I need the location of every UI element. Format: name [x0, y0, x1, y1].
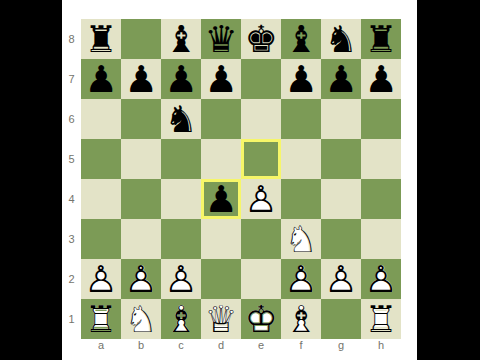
black-knight: ♞ — [161, 99, 201, 139]
black-pawn: ♟ — [201, 179, 241, 219]
white-knight: ♞ — [281, 219, 321, 259]
square-g7[interactable]: ♟ — [321, 59, 361, 99]
square-b7[interactable]: ♟ — [121, 59, 161, 99]
white-pawn-outline: ♙ — [321, 259, 361, 299]
square-c8[interactable]: ♝ — [161, 19, 201, 59]
square-h5[interactable] — [361, 139, 401, 179]
file-label-h: h — [361, 339, 401, 355]
square-h1[interactable]: ♜♖ — [361, 299, 401, 339]
rank-label-1: 1 — [62, 299, 81, 339]
white-pawn-outline: ♙ — [281, 259, 321, 299]
square-b6[interactable] — [121, 99, 161, 139]
square-d4[interactable]: ♟ — [201, 179, 241, 219]
square-a8[interactable]: ♜ — [81, 19, 121, 59]
white-pawn: ♟ — [161, 259, 201, 299]
white-pawn: ♟ — [321, 259, 361, 299]
square-g6[interactable] — [321, 99, 361, 139]
rank-label-2: 2 — [62, 259, 81, 299]
square-f2[interactable]: ♟♙ — [281, 259, 321, 299]
file-label-e: e — [241, 339, 281, 355]
square-d1[interactable]: ♛♕ — [201, 299, 241, 339]
black-pawn: ♟ — [321, 59, 361, 99]
square-e1[interactable]: ♚♔ — [241, 299, 281, 339]
square-c7[interactable]: ♟ — [161, 59, 201, 99]
square-c5[interactable] — [161, 139, 201, 179]
square-c2[interactable]: ♟♙ — [161, 259, 201, 299]
rank-coordinates: 87654321 — [62, 19, 81, 339]
black-pawn: ♟ — [201, 59, 241, 99]
square-e7[interactable] — [241, 59, 281, 99]
white-knight-outline: ♘ — [281, 219, 321, 259]
square-h2[interactable]: ♟♙ — [361, 259, 401, 299]
black-king: ♚ — [241, 19, 281, 59]
rank-label-5: 5 — [62, 139, 81, 179]
white-queen: ♛ — [201, 299, 241, 339]
white-king: ♚ — [241, 299, 281, 339]
white-queen-outline: ♕ — [201, 299, 241, 339]
white-rook-outline: ♖ — [81, 299, 121, 339]
square-e5[interactable] — [241, 139, 281, 179]
square-f4[interactable] — [281, 179, 321, 219]
white-king-outline: ♔ — [241, 299, 281, 339]
square-c3[interactable] — [161, 219, 201, 259]
rank-label-8: 8 — [62, 19, 81, 59]
white-pawn-outline: ♙ — [121, 259, 161, 299]
square-h7[interactable]: ♟ — [361, 59, 401, 99]
white-knight: ♞ — [121, 299, 161, 339]
square-c6[interactable]: ♞ — [161, 99, 201, 139]
black-rook: ♜ — [81, 19, 121, 59]
black-pawn: ♟ — [121, 59, 161, 99]
white-pawn-outline: ♙ — [81, 259, 121, 299]
video-frame: 87654321 ♜♝♛♚♝♞♜♟♟♟♟♟♟♟♞♟♟♙♞♘♟♙♟♙♟♙♟♙♟♙♟… — [0, 0, 480, 360]
square-a5[interactable] — [81, 139, 121, 179]
white-rook: ♜ — [81, 299, 121, 339]
square-d8[interactable]: ♛ — [201, 19, 241, 59]
square-g4[interactable] — [321, 179, 361, 219]
square-e4[interactable]: ♟♙ — [241, 179, 281, 219]
rank-label-6: 6 — [62, 99, 81, 139]
square-e8[interactable]: ♚ — [241, 19, 281, 59]
square-e2[interactable] — [241, 259, 281, 299]
file-label-d: d — [201, 339, 241, 355]
white-bishop: ♝ — [281, 299, 321, 339]
square-b2[interactable]: ♟♙ — [121, 259, 161, 299]
file-label-b: b — [121, 339, 161, 355]
square-f3[interactable]: ♞♘ — [281, 219, 321, 259]
square-f7[interactable]: ♟ — [281, 59, 321, 99]
chessboard-panel: 87654321 ♜♝♛♚♝♞♜♟♟♟♟♟♟♟♞♟♟♙♞♘♟♙♟♙♟♙♟♙♟♙♟… — [62, 0, 417, 360]
white-pawn-outline: ♙ — [361, 259, 401, 299]
square-b5[interactable] — [121, 139, 161, 179]
white-pawn: ♟ — [361, 259, 401, 299]
white-bishop: ♝ — [161, 299, 201, 339]
square-g3[interactable] — [321, 219, 361, 259]
rank-label-7: 7 — [62, 59, 81, 99]
black-pawn: ♟ — [161, 59, 201, 99]
square-g8[interactable]: ♞ — [321, 19, 361, 59]
square-f8[interactable]: ♝ — [281, 19, 321, 59]
square-d7[interactable]: ♟ — [201, 59, 241, 99]
white-bishop-outline: ♗ — [281, 299, 321, 339]
square-d2[interactable] — [201, 259, 241, 299]
white-rook: ♜ — [361, 299, 401, 339]
square-f1[interactable]: ♝♗ — [281, 299, 321, 339]
square-e6[interactable] — [241, 99, 281, 139]
square-b1[interactable]: ♞♘ — [121, 299, 161, 339]
white-pawn: ♟ — [81, 259, 121, 299]
square-f6[interactable] — [281, 99, 321, 139]
black-rook: ♜ — [361, 19, 401, 59]
file-label-c: c — [161, 339, 201, 355]
black-queen: ♛ — [201, 19, 241, 59]
square-h6[interactable] — [361, 99, 401, 139]
square-h8[interactable]: ♜ — [361, 19, 401, 59]
square-h3[interactable] — [361, 219, 401, 259]
white-knight-outline: ♘ — [121, 299, 161, 339]
square-a2[interactable]: ♟♙ — [81, 259, 121, 299]
rank-label-4: 4 — [62, 179, 81, 219]
square-b4[interactable] — [121, 179, 161, 219]
file-coordinates: abcdefgh — [81, 339, 401, 355]
file-label-g: g — [321, 339, 361, 355]
square-d6[interactable] — [201, 99, 241, 139]
rank-label-3: 3 — [62, 219, 81, 259]
file-label-f: f — [281, 339, 321, 355]
black-pawn: ♟ — [361, 59, 401, 99]
white-pawn: ♟ — [121, 259, 161, 299]
white-rook-outline: ♖ — [361, 299, 401, 339]
white-pawn: ♟ — [281, 259, 321, 299]
white-pawn-outline: ♙ — [241, 179, 281, 219]
square-g5[interactable] — [321, 139, 361, 179]
square-c1[interactable]: ♝♗ — [161, 299, 201, 339]
black-bishop: ♝ — [161, 19, 201, 59]
square-f5[interactable] — [281, 139, 321, 179]
square-d5[interactable] — [201, 139, 241, 179]
file-label-a: a — [81, 339, 121, 355]
square-h4[interactable] — [361, 179, 401, 219]
square-g2[interactable]: ♟♙ — [321, 259, 361, 299]
square-a1[interactable]: ♜♖ — [81, 299, 121, 339]
square-c4[interactable] — [161, 179, 201, 219]
white-pawn: ♟ — [241, 179, 281, 219]
black-bishop: ♝ — [281, 19, 321, 59]
square-a3[interactable] — [81, 219, 121, 259]
chess-board[interactable]: ♜♝♛♚♝♞♜♟♟♟♟♟♟♟♞♟♟♙♞♘♟♙♟♙♟♙♟♙♟♙♟♙♜♖♞♘♝♗♛♕… — [81, 19, 401, 339]
square-b8[interactable] — [121, 19, 161, 59]
square-a6[interactable] — [81, 99, 121, 139]
square-a7[interactable]: ♟ — [81, 59, 121, 99]
black-knight: ♞ — [321, 19, 361, 59]
black-pawn: ♟ — [281, 59, 321, 99]
square-e3[interactable] — [241, 219, 281, 259]
square-d3[interactable] — [201, 219, 241, 259]
square-b3[interactable] — [121, 219, 161, 259]
square-a4[interactable] — [81, 179, 121, 219]
black-pawn: ♟ — [81, 59, 121, 99]
white-bishop-outline: ♗ — [161, 299, 201, 339]
square-g1[interactable] — [321, 299, 361, 339]
white-pawn-outline: ♙ — [161, 259, 201, 299]
